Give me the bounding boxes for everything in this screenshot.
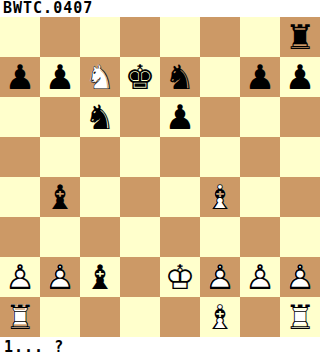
square-g5[interactable] xyxy=(240,137,280,177)
square-h1[interactable]: ♜♖ xyxy=(280,297,320,337)
square-e8[interactable] xyxy=(160,17,200,57)
black-king: ♚ xyxy=(120,57,160,97)
square-h8[interactable]: ♜ xyxy=(280,17,320,57)
square-a8[interactable] xyxy=(0,17,40,57)
square-f4[interactable]: ♝♗ xyxy=(200,177,240,217)
square-c3[interactable] xyxy=(80,217,120,257)
white-pawn: ♙ xyxy=(0,257,40,297)
square-g8[interactable] xyxy=(240,17,280,57)
black-pawn: ♟ xyxy=(160,97,200,137)
square-h6[interactable] xyxy=(280,97,320,137)
move-prompt: 1... ? xyxy=(0,337,320,360)
square-b3[interactable] xyxy=(40,217,80,257)
white-pawn: ♙ xyxy=(280,257,320,297)
white-knight: ♘ xyxy=(80,57,120,97)
square-h3[interactable] xyxy=(280,217,320,257)
square-d3[interactable] xyxy=(120,217,160,257)
black-bishop: ♝ xyxy=(80,257,120,297)
square-g3[interactable] xyxy=(240,217,280,257)
square-a6[interactable] xyxy=(0,97,40,137)
square-d8[interactable] xyxy=(120,17,160,57)
square-f3[interactable] xyxy=(200,217,240,257)
square-h2[interactable]: ♟♙ xyxy=(280,257,320,297)
square-g6[interactable] xyxy=(240,97,280,137)
square-d2[interactable] xyxy=(120,257,160,297)
square-d5[interactable] xyxy=(120,137,160,177)
square-c8[interactable] xyxy=(80,17,120,57)
black-pawn: ♟ xyxy=(240,57,280,97)
square-b1[interactable] xyxy=(40,297,80,337)
square-g1[interactable] xyxy=(240,297,280,337)
square-g4[interactable] xyxy=(240,177,280,217)
square-a3[interactable] xyxy=(0,217,40,257)
chess-board: ♜♟♟♞♘♚♞♟♟♞♟♝♝♗♟♙♟♙♝♚♔♟♙♟♙♟♙♜♖♝♗♜♖ xyxy=(0,17,320,337)
square-g2[interactable]: ♟♙ xyxy=(240,257,280,297)
square-b5[interactable] xyxy=(40,137,80,177)
square-f8[interactable] xyxy=(200,17,240,57)
square-f2[interactable]: ♟♙ xyxy=(200,257,240,297)
square-e2[interactable]: ♚♔ xyxy=(160,257,200,297)
square-f1[interactable]: ♝♗ xyxy=(200,297,240,337)
square-b2[interactable]: ♟♙ xyxy=(40,257,80,297)
square-d1[interactable] xyxy=(120,297,160,337)
square-b8[interactable] xyxy=(40,17,80,57)
square-c1[interactable] xyxy=(80,297,120,337)
square-c6[interactable]: ♞ xyxy=(80,97,120,137)
square-f7[interactable] xyxy=(200,57,240,97)
square-b7[interactable]: ♟ xyxy=(40,57,80,97)
square-e5[interactable] xyxy=(160,137,200,177)
square-a4[interactable] xyxy=(0,177,40,217)
white-pawn: ♙ xyxy=(240,257,280,297)
square-f6[interactable] xyxy=(200,97,240,137)
square-d6[interactable] xyxy=(120,97,160,137)
white-pawn: ♙ xyxy=(200,257,240,297)
square-g7[interactable]: ♟ xyxy=(240,57,280,97)
black-rook: ♜ xyxy=(280,17,320,57)
white-pawn: ♙ xyxy=(40,257,80,297)
white-rook: ♖ xyxy=(0,297,40,337)
square-e6[interactable]: ♟ xyxy=(160,97,200,137)
square-h5[interactable] xyxy=(280,137,320,177)
square-f5[interactable] xyxy=(200,137,240,177)
black-bishop: ♝ xyxy=(40,177,80,217)
black-pawn: ♟ xyxy=(40,57,80,97)
square-a5[interactable] xyxy=(0,137,40,177)
white-bishop: ♗ xyxy=(200,297,240,337)
square-d4[interactable] xyxy=(120,177,160,217)
square-c7[interactable]: ♞♘ xyxy=(80,57,120,97)
square-e1[interactable] xyxy=(160,297,200,337)
square-d7[interactable]: ♚ xyxy=(120,57,160,97)
square-c5[interactable] xyxy=(80,137,120,177)
square-c4[interactable] xyxy=(80,177,120,217)
white-rook: ♖ xyxy=(280,297,320,337)
square-b6[interactable] xyxy=(40,97,80,137)
square-a2[interactable]: ♟♙ xyxy=(0,257,40,297)
square-a7[interactable]: ♟ xyxy=(0,57,40,97)
square-c2[interactable]: ♝ xyxy=(80,257,120,297)
square-h4[interactable] xyxy=(280,177,320,217)
white-king: ♔ xyxy=(160,257,200,297)
black-knight: ♞ xyxy=(160,57,200,97)
square-e4[interactable] xyxy=(160,177,200,217)
chess-diagram: BWTC.0407 ♜♟♟♞♘♚♞♟♟♞♟♝♝♗♟♙♟♙♝♚♔♟♙♟♙♟♙♜♖♝… xyxy=(0,0,320,360)
white-bishop: ♗ xyxy=(200,177,240,217)
square-e7[interactable]: ♞ xyxy=(160,57,200,97)
black-pawn: ♟ xyxy=(0,57,40,97)
square-e3[interactable] xyxy=(160,217,200,257)
black-pawn: ♟ xyxy=(280,57,320,97)
square-b4[interactable]: ♝ xyxy=(40,177,80,217)
black-knight: ♞ xyxy=(80,97,120,137)
square-h7[interactable]: ♟ xyxy=(280,57,320,97)
diagram-title: BWTC.0407 xyxy=(0,0,320,17)
square-a1[interactable]: ♜♖ xyxy=(0,297,40,337)
